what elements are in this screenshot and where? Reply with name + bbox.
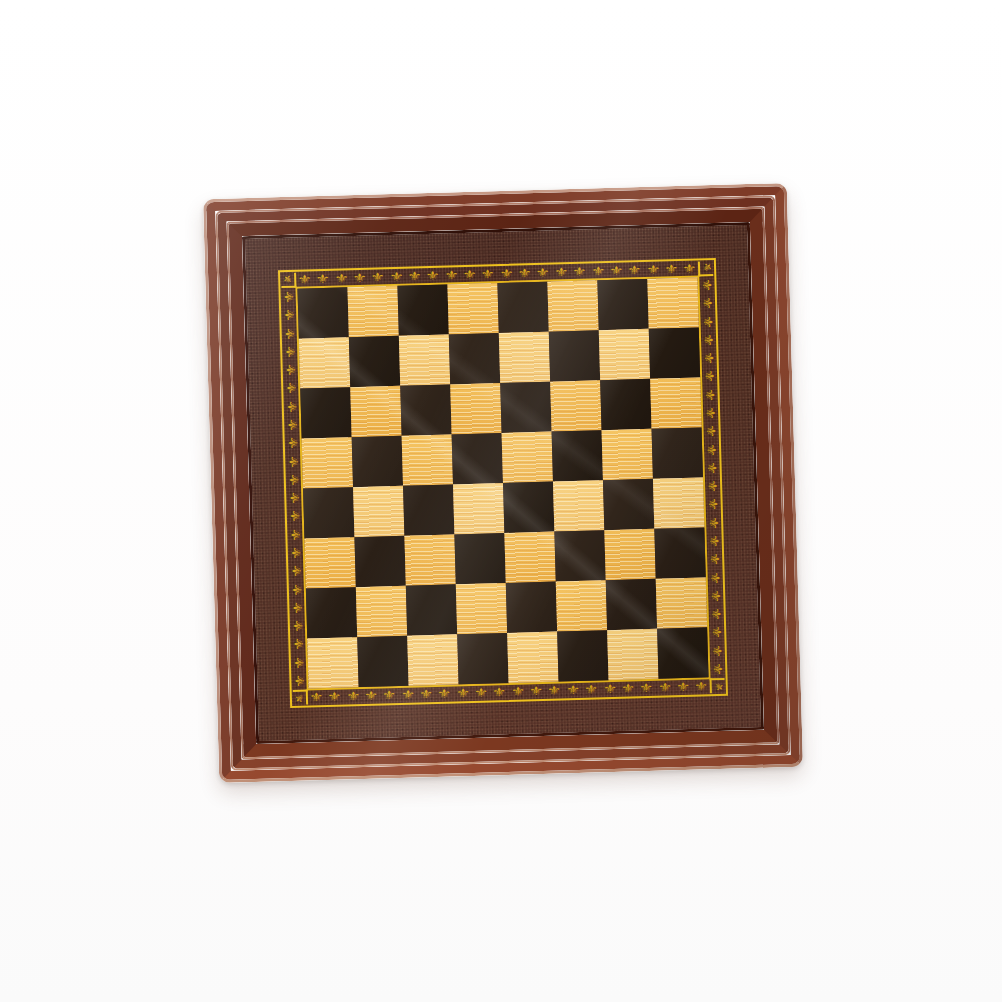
frame-inner-lip: ⚜⚜⚜⚜⚜⚜⚜⚜⚜⚜⚜⚜⚜⚜⚜⚜⚜⚜⚜⚜⚜⚜ ⚜⚜⚜⚜⚜⚜⚜⚜⚜⚜⚜⚜⚜⚜⚜⚜⚜… xyxy=(229,209,778,758)
square-g8 xyxy=(597,279,648,330)
fleur-ornament-icon: ⚜ xyxy=(289,509,301,524)
square-e6 xyxy=(500,382,551,433)
ornament-corner-top-left: ⚜ xyxy=(281,273,296,288)
fleur-ornament-icon: ⚜ xyxy=(703,369,715,384)
square-c5 xyxy=(402,434,453,485)
fleur-ornament-icon: ⚜ xyxy=(292,637,304,652)
fleur-ornament-icon: ⚜ xyxy=(346,690,361,702)
square-b6 xyxy=(350,386,401,437)
fleur-ornament-icon: ⚜ xyxy=(707,534,719,549)
fleur-ornament-icon: ⚜ xyxy=(287,436,299,451)
square-a6 xyxy=(300,387,351,438)
square-c3 xyxy=(404,534,455,585)
square-a1 xyxy=(307,637,358,688)
square-h1 xyxy=(657,627,708,678)
frame-ring-2: ⚜⚜⚜⚜⚜⚜⚜⚜⚜⚜⚜⚜⚜⚜⚜⚜⚜⚜⚜⚜⚜⚜ ⚜⚜⚜⚜⚜⚜⚜⚜⚜⚜⚜⚜⚜⚜⚜⚜⚜… xyxy=(217,197,788,768)
fleur-ornament-icon: ⚜ xyxy=(701,314,713,329)
square-f7 xyxy=(549,330,600,381)
fleur-ornament-icon: ⚜ xyxy=(707,515,719,530)
fleur-ornament-icon: ⚜ xyxy=(517,267,532,279)
fleur-ornament-icon: ⚜ xyxy=(711,679,726,694)
fleur-ornament-icon: ⚜ xyxy=(288,472,300,487)
ornament-corner-top-right: ⚜ xyxy=(698,261,713,276)
fleur-ornament-icon: ⚜ xyxy=(529,685,544,697)
fleur-ornament-icon: ⚜ xyxy=(499,268,514,280)
fleur-ornament-icon: ⚜ xyxy=(371,271,386,283)
fleur-ornament-icon: ⚜ xyxy=(293,673,305,688)
square-f5 xyxy=(552,430,603,481)
square-d3 xyxy=(454,533,505,584)
fleur-ornament-icon: ⚜ xyxy=(286,417,298,432)
fleur-ornament-icon: ⚜ xyxy=(682,263,697,275)
fleur-ornament-icon: ⚜ xyxy=(290,564,302,579)
fleur-ornament-icon: ⚜ xyxy=(352,272,367,284)
square-g1 xyxy=(607,629,658,680)
square-c1 xyxy=(407,634,458,685)
fleur-ornament-icon: ⚜ xyxy=(536,267,551,279)
frame-ridge-highlight-1: ⚜⚜⚜⚜⚜⚜⚜⚜⚜⚜⚜⚜⚜⚜⚜⚜⚜⚜⚜⚜⚜⚜ ⚜⚜⚜⚜⚜⚜⚜⚜⚜⚜⚜⚜⚜⚜⚜⚜⚜… xyxy=(215,195,790,770)
square-f3 xyxy=(554,530,605,581)
fleur-ornament-icon: ⚜ xyxy=(706,497,718,512)
fleur-ornament-icon: ⚜ xyxy=(292,618,304,633)
fleur-ornament-icon: ⚜ xyxy=(456,687,471,699)
square-f6 xyxy=(550,380,601,431)
fleur-ornament-icon: ⚜ xyxy=(584,683,599,695)
fleur-ornament-icon: ⚜ xyxy=(309,691,324,703)
square-f4 xyxy=(553,480,604,531)
square-h8 xyxy=(647,277,698,328)
square-f1 xyxy=(557,630,608,681)
fleur-ornament-icon: ⚜ xyxy=(293,655,305,670)
fleur-ornament-icon: ⚜ xyxy=(444,269,459,281)
fleur-ornament-icon: ⚜ xyxy=(639,682,654,694)
square-a4 xyxy=(303,487,354,538)
fleur-ornament-icon: ⚜ xyxy=(364,690,379,702)
square-c2 xyxy=(406,584,457,635)
fleur-ornament-icon: ⚜ xyxy=(289,527,301,542)
fleur-ornament-icon: ⚜ xyxy=(283,289,295,304)
fleur-ornament-icon: ⚜ xyxy=(547,684,562,696)
fleur-ornament-icon: ⚜ xyxy=(705,442,717,457)
square-h6 xyxy=(650,377,701,428)
gold-ornament-border: ⚜⚜⚜⚜⚜⚜⚜⚜⚜⚜⚜⚜⚜⚜⚜⚜⚜⚜⚜⚜⚜⚜ ⚜⚜⚜⚜⚜⚜⚜⚜⚜⚜⚜⚜⚜⚜⚜⚜⚜… xyxy=(278,258,728,708)
fleur-ornament-icon: ⚜ xyxy=(627,264,642,276)
square-c8 xyxy=(397,284,448,335)
fleur-ornament-icon: ⚜ xyxy=(703,387,715,402)
square-e3 xyxy=(504,532,555,583)
square-d5 xyxy=(452,433,503,484)
square-e1 xyxy=(507,632,558,683)
square-b7 xyxy=(349,336,400,387)
square-h5 xyxy=(652,427,703,478)
fleur-ornament-icon: ⚜ xyxy=(700,278,712,293)
square-e8 xyxy=(497,282,548,333)
frame-inner-groove: ⚜⚜⚜⚜⚜⚜⚜⚜⚜⚜⚜⚜⚜⚜⚜⚜⚜⚜⚜⚜⚜⚜ ⚜⚜⚜⚜⚜⚜⚜⚜⚜⚜⚜⚜⚜⚜⚜⚜⚜… xyxy=(242,222,764,744)
fleur-ornament-icon: ⚜ xyxy=(334,272,349,284)
product-photo-background: ⚜⚜⚜⚜⚜⚜⚜⚜⚜⚜⚜⚜⚜⚜⚜⚜⚜⚜⚜⚜⚜⚜ ⚜⚜⚜⚜⚜⚜⚜⚜⚜⚜⚜⚜⚜⚜⚜⚜⚜… xyxy=(0,0,1002,1002)
frame-outer-highlight-ring: ⚜⚜⚜⚜⚜⚜⚜⚜⚜⚜⚜⚜⚜⚜⚜⚜⚜⚜⚜⚜⚜⚜ ⚜⚜⚜⚜⚜⚜⚜⚜⚜⚜⚜⚜⚜⚜⚜⚜⚜… xyxy=(203,183,803,783)
square-g2 xyxy=(606,579,657,630)
square-d8 xyxy=(447,283,498,334)
square-c7 xyxy=(399,334,450,385)
square-g7 xyxy=(599,329,650,380)
fleur-ornament-icon: ⚜ xyxy=(572,266,587,278)
fleur-ornament-icon: ⚜ xyxy=(702,351,714,366)
square-h7 xyxy=(649,327,700,378)
square-a5 xyxy=(302,437,353,488)
square-e4 xyxy=(503,482,554,533)
square-b1 xyxy=(357,636,408,687)
fleur-ornament-icon: ⚜ xyxy=(664,263,679,275)
fleur-ornament-icon: ⚜ xyxy=(591,265,606,277)
fleur-ornament-icon: ⚜ xyxy=(511,685,526,697)
fleur-ornament-icon: ⚜ xyxy=(407,270,422,282)
fleur-ornament-icon: ⚜ xyxy=(401,689,416,701)
fleur-ornament-icon: ⚜ xyxy=(389,271,404,283)
square-d4 xyxy=(453,483,504,534)
fleur-ornament-icon: ⚜ xyxy=(462,269,477,281)
fleur-ornament-icon: ⚜ xyxy=(292,691,307,706)
square-g4 xyxy=(603,479,654,530)
fleur-ornament-icon: ⚜ xyxy=(566,684,581,696)
fleur-ornament-icon: ⚜ xyxy=(286,399,298,414)
fleur-ornament-icon: ⚜ xyxy=(419,688,434,700)
square-g5 xyxy=(602,429,653,480)
fleur-ornament-icon: ⚜ xyxy=(711,662,723,677)
fleur-ornament-icon: ⚜ xyxy=(284,326,296,341)
square-b2 xyxy=(356,586,407,637)
square-g3 xyxy=(604,529,655,580)
fleur-ornament-icon: ⚜ xyxy=(285,363,297,378)
fleur-ornament-icon: ⚜ xyxy=(481,268,496,280)
square-f8 xyxy=(547,280,598,331)
fleur-ornament-icon: ⚜ xyxy=(710,625,722,640)
fleur-ornament-icon: ⚜ xyxy=(621,682,636,694)
fleur-ornament-icon: ⚜ xyxy=(474,686,489,698)
square-d1 xyxy=(457,633,508,684)
fleur-ornament-icon: ⚜ xyxy=(290,545,302,560)
fleur-ornament-icon: ⚜ xyxy=(705,461,717,476)
fleur-ornament-icon: ⚜ xyxy=(554,266,569,278)
chessboard-grid xyxy=(297,277,708,688)
square-h4 xyxy=(653,477,704,528)
fleur-ornament-icon: ⚜ xyxy=(702,333,714,348)
fleur-ornament-icon: ⚜ xyxy=(327,691,342,703)
fleur-ornament-icon: ⚜ xyxy=(704,424,716,439)
fleur-ornament-icon: ⚜ xyxy=(710,607,722,622)
fleur-ornament-icon: ⚜ xyxy=(706,479,718,494)
fleur-ornament-icon: ⚜ xyxy=(280,272,295,287)
square-b3 xyxy=(354,536,405,587)
square-b8 xyxy=(347,286,398,337)
ornament-corner-bottom-left: ⚜ xyxy=(293,690,308,705)
square-f2 xyxy=(556,580,607,631)
gold-inner-line xyxy=(295,275,710,690)
square-d2 xyxy=(456,583,507,634)
fleur-ornament-icon: ⚜ xyxy=(287,454,299,469)
fleur-ornament-icon: ⚜ xyxy=(426,270,441,282)
fleur-ornament-icon: ⚜ xyxy=(704,406,716,421)
square-e5 xyxy=(502,432,553,483)
fleur-ornament-icon: ⚜ xyxy=(676,681,691,693)
square-e7 xyxy=(499,332,550,383)
fleur-ornament-icon: ⚜ xyxy=(382,689,397,701)
fleur-ornament-icon: ⚜ xyxy=(492,686,507,698)
fleur-ornament-icon: ⚜ xyxy=(437,688,452,700)
fleur-ornament-icon: ⚜ xyxy=(657,681,672,693)
square-e2 xyxy=(506,582,557,633)
fleur-ornament-icon: ⚜ xyxy=(283,308,295,323)
board-mat: ⚜⚜⚜⚜⚜⚜⚜⚜⚜⚜⚜⚜⚜⚜⚜⚜⚜⚜⚜⚜⚜⚜ ⚜⚜⚜⚜⚜⚜⚜⚜⚜⚜⚜⚜⚜⚜⚜⚜⚜… xyxy=(245,225,761,741)
square-a3 xyxy=(304,537,355,588)
square-a8 xyxy=(297,287,348,338)
square-d7 xyxy=(449,333,500,384)
fleur-ornament-icon: ⚜ xyxy=(602,683,617,695)
fleur-ornament-icon: ⚜ xyxy=(609,265,624,277)
fleur-ornament-icon: ⚜ xyxy=(694,680,709,692)
fleur-ornament-icon: ⚜ xyxy=(291,600,303,615)
fleur-ornament-icon: ⚜ xyxy=(699,260,714,275)
fleur-ornament-icon: ⚜ xyxy=(297,273,312,285)
square-a2 xyxy=(306,587,357,638)
square-g6 xyxy=(600,379,651,430)
ornament-corner-bottom-right: ⚜ xyxy=(710,678,725,693)
square-b5 xyxy=(352,436,403,487)
fleur-ornament-icon: ⚜ xyxy=(285,381,297,396)
square-a7 xyxy=(299,337,350,388)
fleur-ornament-icon: ⚜ xyxy=(288,490,300,505)
miniature-chessboard-plaque: ⚜⚜⚜⚜⚜⚜⚜⚜⚜⚜⚜⚜⚜⚜⚜⚜⚜⚜⚜⚜⚜⚜ ⚜⚜⚜⚜⚜⚜⚜⚜⚜⚜⚜⚜⚜⚜⚜⚜⚜… xyxy=(203,183,803,783)
fleur-ornament-icon: ⚜ xyxy=(709,570,721,585)
fleur-ornament-icon: ⚜ xyxy=(708,552,720,567)
fleur-ornament-icon: ⚜ xyxy=(711,643,723,658)
fleur-ornament-icon: ⚜ xyxy=(701,296,713,311)
fleur-ornament-icon: ⚜ xyxy=(284,344,296,359)
square-b4 xyxy=(353,486,404,537)
square-c6 xyxy=(400,384,451,435)
fleur-ornament-icon: ⚜ xyxy=(316,273,331,285)
frame-ridge-highlight-2: ⚜⚜⚜⚜⚜⚜⚜⚜⚜⚜⚜⚜⚜⚜⚜⚜⚜⚜⚜⚜⚜⚜ ⚜⚜⚜⚜⚜⚜⚜⚜⚜⚜⚜⚜⚜⚜⚜⚜⚜… xyxy=(227,207,780,760)
square-d6 xyxy=(450,383,501,434)
square-h3 xyxy=(654,527,705,578)
fleur-ornament-icon: ⚜ xyxy=(291,582,303,597)
frame-ring-1: ⚜⚜⚜⚜⚜⚜⚜⚜⚜⚜⚜⚜⚜⚜⚜⚜⚜⚜⚜⚜⚜⚜ ⚜⚜⚜⚜⚜⚜⚜⚜⚜⚜⚜⚜⚜⚜⚜⚜⚜… xyxy=(206,186,800,780)
fleur-ornament-icon: ⚜ xyxy=(709,588,721,603)
fleur-ornament-icon: ⚜ xyxy=(646,264,661,276)
square-h2 xyxy=(656,577,707,628)
square-c4 xyxy=(403,484,454,535)
